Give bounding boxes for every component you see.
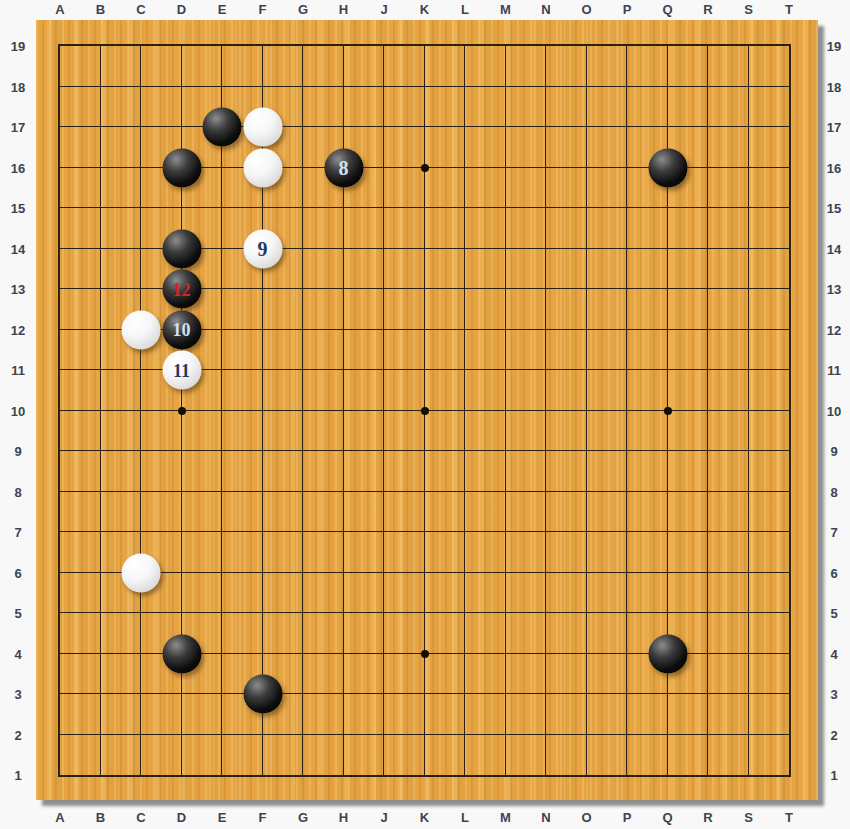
board-cell[interactable] xyxy=(587,370,628,411)
board-cell[interactable] xyxy=(344,654,385,695)
board-cell[interactable] xyxy=(222,249,263,290)
board-cell[interactable] xyxy=(182,87,223,128)
board-cell[interactable] xyxy=(627,654,668,695)
board-cell[interactable] xyxy=(506,168,547,209)
board-cell[interactable] xyxy=(101,289,142,330)
board-cell[interactable] xyxy=(668,573,709,614)
board-cell[interactable] xyxy=(141,168,182,209)
board-cell[interactable] xyxy=(60,46,101,87)
board-cell[interactable] xyxy=(749,451,790,492)
board-cell[interactable] xyxy=(141,654,182,695)
board-cell[interactable] xyxy=(425,492,466,533)
board-cell[interactable] xyxy=(263,654,304,695)
board-cell[interactable] xyxy=(668,127,709,168)
board-cell[interactable] xyxy=(627,451,668,492)
board-cell[interactable] xyxy=(465,370,506,411)
board-cell[interactable] xyxy=(749,573,790,614)
board-cell[interactable] xyxy=(749,694,790,735)
board-cell[interactable] xyxy=(749,492,790,533)
board-cell[interactable] xyxy=(587,46,628,87)
board-cell[interactable] xyxy=(627,411,668,452)
board-cell[interactable] xyxy=(60,573,101,614)
board-cell[interactable] xyxy=(344,492,385,533)
board-cell[interactable] xyxy=(749,330,790,371)
board-cell[interactable] xyxy=(587,168,628,209)
board-cell[interactable] xyxy=(425,208,466,249)
board-cell[interactable] xyxy=(344,168,385,209)
board-cell[interactable] xyxy=(425,613,466,654)
board-cell[interactable] xyxy=(425,370,466,411)
board-cell[interactable] xyxy=(263,289,304,330)
board-cell[interactable] xyxy=(60,87,101,128)
board-cell[interactable] xyxy=(60,411,101,452)
board-cell[interactable] xyxy=(708,87,749,128)
board-cell[interactable] xyxy=(749,208,790,249)
board-cell[interactable] xyxy=(344,87,385,128)
board-cell[interactable] xyxy=(344,532,385,573)
board-cell[interactable] xyxy=(60,289,101,330)
board-cell[interactable] xyxy=(60,451,101,492)
board-cell[interactable] xyxy=(182,249,223,290)
board-cell[interactable] xyxy=(668,613,709,654)
board-cell[interactable] xyxy=(141,735,182,776)
board-cell[interactable] xyxy=(222,370,263,411)
board-cell[interactable] xyxy=(384,735,425,776)
board-cell[interactable] xyxy=(546,573,587,614)
board-cell[interactable] xyxy=(465,613,506,654)
board-cell[interactable] xyxy=(141,532,182,573)
board-cell[interactable] xyxy=(465,492,506,533)
board-cell[interactable] xyxy=(465,411,506,452)
board-cell[interactable] xyxy=(668,492,709,533)
board-cell[interactable] xyxy=(708,573,749,614)
board-cell[interactable] xyxy=(708,249,749,290)
board-cell[interactable] xyxy=(546,411,587,452)
board-cell[interactable] xyxy=(60,613,101,654)
board-cell[interactable] xyxy=(587,289,628,330)
board-cell[interactable] xyxy=(344,249,385,290)
board-cell[interactable] xyxy=(465,46,506,87)
board-cell[interactable] xyxy=(708,654,749,695)
board-cell[interactable] xyxy=(587,532,628,573)
board-cell[interactable] xyxy=(546,451,587,492)
board-cell[interactable] xyxy=(708,46,749,87)
board-cell[interactable] xyxy=(465,127,506,168)
board-cell[interactable] xyxy=(425,532,466,573)
board-cell[interactable] xyxy=(384,249,425,290)
board-cell[interactable] xyxy=(384,613,425,654)
board-cell[interactable] xyxy=(101,492,142,533)
board-cell[interactable] xyxy=(546,654,587,695)
board-cell[interactable] xyxy=(587,694,628,735)
board-cell[interactable] xyxy=(465,330,506,371)
board-cell[interactable] xyxy=(182,370,223,411)
board-cell[interactable] xyxy=(546,735,587,776)
board-cell[interactable] xyxy=(668,411,709,452)
board-cell[interactable] xyxy=(668,289,709,330)
board-cell[interactable] xyxy=(668,654,709,695)
board-cell[interactable] xyxy=(222,735,263,776)
board-cell[interactable] xyxy=(263,330,304,371)
board-cell[interactable] xyxy=(263,87,304,128)
board-cell[interactable] xyxy=(101,330,142,371)
board-cell[interactable] xyxy=(425,249,466,290)
board-cell[interactable] xyxy=(749,735,790,776)
board-cell[interactable] xyxy=(708,127,749,168)
board-cell[interactable] xyxy=(101,46,142,87)
board-cell[interactable] xyxy=(506,492,547,533)
board-cell[interactable] xyxy=(749,87,790,128)
board-cell[interactable] xyxy=(222,87,263,128)
board-cell[interactable] xyxy=(384,127,425,168)
board-cell[interactable] xyxy=(303,289,344,330)
board-cell[interactable] xyxy=(182,330,223,371)
board-cell[interactable] xyxy=(263,208,304,249)
board-cell[interactable] xyxy=(465,289,506,330)
board-cell[interactable] xyxy=(182,694,223,735)
board-cell[interactable] xyxy=(222,613,263,654)
board-cell[interactable] xyxy=(425,654,466,695)
board-cell[interactable] xyxy=(182,532,223,573)
board-cell[interactable] xyxy=(627,249,668,290)
board-cell[interactable] xyxy=(101,532,142,573)
board-cell[interactable] xyxy=(101,411,142,452)
board-cell[interactable] xyxy=(749,127,790,168)
board-cell[interactable] xyxy=(222,330,263,371)
board-cell[interactable] xyxy=(60,249,101,290)
board-cell[interactable] xyxy=(749,411,790,452)
board-cell[interactable] xyxy=(506,411,547,452)
board-cell[interactable] xyxy=(384,208,425,249)
board-cell[interactable] xyxy=(546,492,587,533)
board-cell[interactable] xyxy=(60,654,101,695)
board-cell[interactable] xyxy=(668,168,709,209)
board-cell[interactable] xyxy=(708,613,749,654)
board-cell[interactable] xyxy=(222,168,263,209)
board-cell[interactable] xyxy=(101,735,142,776)
board-cell[interactable] xyxy=(627,46,668,87)
board-cell[interactable] xyxy=(384,694,425,735)
board-cell[interactable] xyxy=(627,573,668,614)
board-cell[interactable] xyxy=(425,735,466,776)
board-cell[interactable] xyxy=(303,87,344,128)
board-cell[interactable] xyxy=(384,573,425,614)
board-cell[interactable] xyxy=(182,492,223,533)
board-cell[interactable] xyxy=(668,249,709,290)
board-cell[interactable] xyxy=(141,451,182,492)
board-cell[interactable] xyxy=(425,87,466,128)
board-cell[interactable] xyxy=(344,208,385,249)
board-cell[interactable] xyxy=(627,168,668,209)
board-cell[interactable] xyxy=(708,451,749,492)
board-cell[interactable] xyxy=(141,613,182,654)
board-cell[interactable] xyxy=(60,735,101,776)
board-cell[interactable] xyxy=(182,451,223,492)
board-cell[interactable] xyxy=(627,127,668,168)
board-cell[interactable] xyxy=(668,370,709,411)
board-cell[interactable] xyxy=(749,46,790,87)
board-cell[interactable] xyxy=(101,451,142,492)
board-cell[interactable] xyxy=(425,451,466,492)
board-cell[interactable] xyxy=(263,168,304,209)
board-cell[interactable] xyxy=(546,613,587,654)
board-cell[interactable] xyxy=(546,289,587,330)
board-cell[interactable] xyxy=(101,573,142,614)
board-cell[interactable] xyxy=(627,694,668,735)
board-cell[interactable] xyxy=(668,208,709,249)
board-cell[interactable] xyxy=(708,492,749,533)
board-cell[interactable] xyxy=(303,127,344,168)
board-cell[interactable] xyxy=(263,411,304,452)
board-cell[interactable] xyxy=(587,249,628,290)
board-cell[interactable] xyxy=(587,127,628,168)
board-cell[interactable] xyxy=(344,46,385,87)
board-cell[interactable] xyxy=(303,573,344,614)
board-cell[interactable] xyxy=(60,168,101,209)
board-cell[interactable] xyxy=(546,694,587,735)
board-cell[interactable] xyxy=(182,127,223,168)
board-cell[interactable] xyxy=(546,127,587,168)
board-cell[interactable] xyxy=(708,735,749,776)
board-cell[interactable] xyxy=(182,654,223,695)
board-cell[interactable] xyxy=(182,735,223,776)
board-cell[interactable] xyxy=(222,127,263,168)
board-cell[interactable] xyxy=(182,411,223,452)
board-cell[interactable] xyxy=(303,208,344,249)
board-cell[interactable] xyxy=(506,249,547,290)
board-cell[interactable] xyxy=(101,654,142,695)
board-cell[interactable] xyxy=(263,573,304,614)
board-cell[interactable] xyxy=(222,289,263,330)
board-cell[interactable] xyxy=(101,168,142,209)
board-cell[interactable] xyxy=(60,492,101,533)
board-cell[interactable] xyxy=(546,208,587,249)
board-cell[interactable] xyxy=(506,289,547,330)
board-cell[interactable] xyxy=(303,613,344,654)
board-cell[interactable] xyxy=(182,613,223,654)
board-cell[interactable] xyxy=(587,411,628,452)
board-cell[interactable] xyxy=(668,87,709,128)
board-cell[interactable] xyxy=(141,127,182,168)
board-cell[interactable] xyxy=(384,370,425,411)
board-cell[interactable] xyxy=(546,330,587,371)
board-cell[interactable] xyxy=(263,249,304,290)
board-cell[interactable] xyxy=(587,208,628,249)
board-cell[interactable] xyxy=(344,330,385,371)
board-cell[interactable] xyxy=(60,330,101,371)
board-cell[interactable] xyxy=(303,411,344,452)
board-cell[interactable] xyxy=(465,208,506,249)
board-cell[interactable] xyxy=(425,289,466,330)
board-cell[interactable] xyxy=(627,370,668,411)
board-cell[interactable] xyxy=(222,654,263,695)
board-cell[interactable] xyxy=(182,289,223,330)
board-cell[interactable] xyxy=(506,370,547,411)
board-cell[interactable] xyxy=(222,573,263,614)
board-cell[interactable] xyxy=(263,127,304,168)
board-cell[interactable] xyxy=(708,370,749,411)
board-cell[interactable] xyxy=(465,654,506,695)
board-cell[interactable] xyxy=(303,532,344,573)
board-cell[interactable] xyxy=(141,330,182,371)
board-cell[interactable] xyxy=(344,289,385,330)
board-cell[interactable] xyxy=(627,330,668,371)
board-cell[interactable] xyxy=(303,46,344,87)
board-cell[interactable] xyxy=(384,492,425,533)
board-cell[interactable] xyxy=(506,735,547,776)
board-cell[interactable] xyxy=(546,370,587,411)
board-cell[interactable] xyxy=(749,654,790,695)
board-cell[interactable] xyxy=(627,735,668,776)
board-cell[interactable] xyxy=(506,87,547,128)
board-cell[interactable] xyxy=(384,411,425,452)
board-cell[interactable] xyxy=(182,168,223,209)
board-cell[interactable] xyxy=(506,451,547,492)
board-cell[interactable] xyxy=(546,87,587,128)
board-cell[interactable] xyxy=(222,694,263,735)
board-cell[interactable] xyxy=(344,451,385,492)
board-cell[interactable] xyxy=(465,249,506,290)
board-cell[interactable] xyxy=(749,168,790,209)
board-cell[interactable] xyxy=(222,532,263,573)
board-cell[interactable] xyxy=(303,492,344,533)
board-cell[interactable] xyxy=(263,451,304,492)
board-cell[interactable] xyxy=(263,370,304,411)
board-cell[interactable] xyxy=(425,694,466,735)
board-cell[interactable] xyxy=(506,46,547,87)
board-cell[interactable] xyxy=(668,735,709,776)
board-cell[interactable] xyxy=(344,735,385,776)
board-cell[interactable] xyxy=(465,694,506,735)
board-cell[interactable] xyxy=(222,492,263,533)
board-grid[interactable] xyxy=(58,44,791,777)
board-cell[interactable] xyxy=(668,330,709,371)
board-cell[interactable] xyxy=(708,532,749,573)
board-cell[interactable] xyxy=(587,613,628,654)
board-cell[interactable] xyxy=(303,370,344,411)
board-cell[interactable] xyxy=(425,46,466,87)
board-cell[interactable] xyxy=(708,330,749,371)
board-cell[interactable] xyxy=(587,330,628,371)
board-cell[interactable] xyxy=(303,694,344,735)
board-cell[interactable] xyxy=(60,532,101,573)
board-cell[interactable] xyxy=(384,87,425,128)
board-cell[interactable] xyxy=(506,694,547,735)
board-cell[interactable] xyxy=(425,330,466,371)
board-cell[interactable] xyxy=(668,532,709,573)
board-cell[interactable] xyxy=(303,451,344,492)
board-cell[interactable] xyxy=(708,289,749,330)
board-cell[interactable] xyxy=(587,735,628,776)
board-cell[interactable] xyxy=(141,249,182,290)
board-cell[interactable] xyxy=(425,411,466,452)
board-cell[interactable] xyxy=(668,694,709,735)
board-cell[interactable] xyxy=(141,411,182,452)
board-cell[interactable] xyxy=(263,46,304,87)
board-cell[interactable] xyxy=(425,127,466,168)
board-cell[interactable] xyxy=(425,168,466,209)
board-cell[interactable] xyxy=(749,370,790,411)
board-cell[interactable] xyxy=(263,492,304,533)
board-cell[interactable] xyxy=(546,532,587,573)
board-cell[interactable] xyxy=(749,532,790,573)
board-cell[interactable] xyxy=(627,87,668,128)
board-cell[interactable] xyxy=(263,694,304,735)
board-cell[interactable] xyxy=(101,613,142,654)
board-cell[interactable] xyxy=(222,46,263,87)
board-cell[interactable] xyxy=(303,249,344,290)
board-cell[interactable] xyxy=(384,289,425,330)
board-cell[interactable] xyxy=(141,87,182,128)
board-cell[interactable] xyxy=(101,127,142,168)
board-cell[interactable] xyxy=(303,168,344,209)
board-cell[interactable] xyxy=(708,411,749,452)
board-cell[interactable] xyxy=(303,654,344,695)
board-cell[interactable] xyxy=(627,532,668,573)
board-cell[interactable] xyxy=(101,208,142,249)
board-cell[interactable] xyxy=(182,208,223,249)
board-cell[interactable] xyxy=(587,87,628,128)
board-cell[interactable] xyxy=(222,208,263,249)
board-cell[interactable] xyxy=(60,208,101,249)
board-cell[interactable] xyxy=(587,492,628,533)
board-cell[interactable] xyxy=(141,694,182,735)
board-cell[interactable] xyxy=(344,613,385,654)
board-cell[interactable] xyxy=(344,694,385,735)
board-cell[interactable] xyxy=(627,613,668,654)
board-cell[interactable] xyxy=(263,735,304,776)
board-cell[interactable] xyxy=(141,573,182,614)
board-cell[interactable] xyxy=(425,573,466,614)
board-cell[interactable] xyxy=(465,451,506,492)
board-cell[interactable] xyxy=(101,249,142,290)
board-cell[interactable] xyxy=(141,46,182,87)
board-cell[interactable] xyxy=(465,87,506,128)
board-cell[interactable] xyxy=(506,127,547,168)
board-cell[interactable] xyxy=(506,330,547,371)
board-cell[interactable] xyxy=(587,573,628,614)
board-cell[interactable] xyxy=(384,654,425,695)
board-cell[interactable] xyxy=(384,451,425,492)
board-cell[interactable] xyxy=(263,532,304,573)
board-cell[interactable] xyxy=(546,168,587,209)
board-cell[interactable] xyxy=(506,613,547,654)
board-cell[interactable] xyxy=(506,573,547,614)
board-cell[interactable] xyxy=(627,208,668,249)
board-cell[interactable] xyxy=(587,451,628,492)
board-cell[interactable] xyxy=(344,411,385,452)
board-cell[interactable] xyxy=(749,613,790,654)
board-cell[interactable] xyxy=(749,249,790,290)
board-cell[interactable] xyxy=(141,370,182,411)
board-cell[interactable] xyxy=(668,46,709,87)
board-cell[interactable] xyxy=(384,330,425,371)
board-cell[interactable] xyxy=(708,208,749,249)
board-cell[interactable] xyxy=(344,573,385,614)
board-cell[interactable] xyxy=(708,168,749,209)
board-cell[interactable] xyxy=(587,654,628,695)
board-cell[interactable] xyxy=(546,249,587,290)
board-cell[interactable] xyxy=(749,289,790,330)
board-cell[interactable] xyxy=(101,87,142,128)
board-cell[interactable] xyxy=(60,694,101,735)
board-cell[interactable] xyxy=(465,168,506,209)
board-cell[interactable] xyxy=(60,370,101,411)
board-cell[interactable] xyxy=(384,532,425,573)
board-cell[interactable] xyxy=(303,330,344,371)
board-cell[interactable] xyxy=(708,694,749,735)
board-cell[interactable] xyxy=(546,46,587,87)
